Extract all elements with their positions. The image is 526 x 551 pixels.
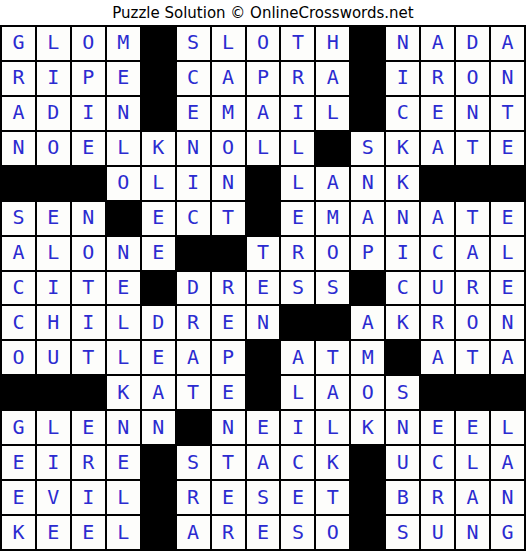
letter-cell-r15c14[interactable]: N bbox=[456, 516, 489, 549]
black-cell-r6c8 bbox=[247, 202, 280, 235]
letter-cell-r11c12[interactable]: S bbox=[386, 376, 419, 409]
letter-cell-r14c14[interactable]: A bbox=[456, 481, 489, 514]
letter-cell-r5c5[interactable]: L bbox=[142, 167, 175, 200]
letter-cell-r14c8[interactable]: S bbox=[247, 481, 280, 514]
letter-cell-r9c2[interactable]: H bbox=[37, 306, 70, 339]
letter-cell-r5c10[interactable]: A bbox=[316, 167, 349, 200]
letter-cell-r10c15[interactable]: A bbox=[491, 341, 524, 374]
letter-cell-r15c13[interactable]: U bbox=[421, 516, 454, 549]
letter-cell-r4c3[interactable]: E bbox=[72, 132, 105, 165]
letter-cell-r6c5[interactable]: E bbox=[142, 202, 175, 235]
black-cell-r14c5 bbox=[142, 481, 175, 514]
letter-cell-r8c9[interactable]: S bbox=[281, 272, 314, 305]
letter-cell-r10c2[interactable]: U bbox=[37, 341, 70, 374]
letter-cell-r4c11[interactable]: S bbox=[351, 132, 384, 165]
letter-cell-r6c12[interactable]: N bbox=[386, 202, 419, 235]
letter-cell-r8c13[interactable]: U bbox=[421, 272, 454, 305]
letter-cell-r12c4[interactable]: N bbox=[107, 411, 140, 444]
letter-cell-r8c10[interactable]: S bbox=[316, 272, 349, 305]
black-cell-r5c14 bbox=[456, 167, 489, 200]
letter-cell-r12c13[interactable]: E bbox=[421, 411, 454, 444]
black-cell-r15c5 bbox=[142, 516, 175, 549]
black-cell-r6c4 bbox=[107, 202, 140, 235]
letter-cell-r14c3[interactable]: I bbox=[72, 481, 105, 514]
letter-cell-r3c2[interactable]: D bbox=[37, 97, 70, 130]
letter-cell-r4c8[interactable]: L bbox=[247, 132, 280, 165]
letter-cell-r14c6[interactable]: R bbox=[177, 481, 210, 514]
letter-cell-r10c9[interactable]: A bbox=[281, 341, 314, 374]
crossword-grid: GLOMSLOTHNADARIPECAPRAIRONADINEMAILCENTN… bbox=[0, 25, 526, 551]
letter-cell-r1c10[interactable]: H bbox=[316, 27, 349, 60]
letter-cell-r4c1[interactable]: N bbox=[2, 132, 35, 165]
black-cell-r12c6 bbox=[177, 411, 210, 444]
letter-cell-r15c6[interactable]: A bbox=[177, 516, 210, 549]
letter-cell-r6c11[interactable]: A bbox=[351, 202, 384, 235]
letter-cell-r6c9[interactable]: E bbox=[281, 202, 314, 235]
letter-cell-r7c14[interactable]: A bbox=[456, 237, 489, 270]
letter-cell-r14c10[interactable]: T bbox=[316, 481, 349, 514]
letter-cell-r8c1[interactable]: C bbox=[2, 272, 35, 305]
letter-cell-r10c1[interactable]: O bbox=[2, 341, 35, 374]
letter-cell-r1c3[interactable]: O bbox=[72, 27, 105, 60]
letter-cell-r11c5[interactable]: A bbox=[142, 376, 175, 409]
letter-cell-r3c6[interactable]: E bbox=[177, 97, 210, 130]
black-cell-r2c11 bbox=[351, 62, 384, 95]
black-cell-r13c5 bbox=[142, 446, 175, 479]
black-cell-r9c10 bbox=[316, 306, 349, 339]
letter-cell-r7c13[interactable]: C bbox=[421, 237, 454, 270]
letter-cell-r13c8[interactable]: A bbox=[247, 446, 280, 479]
letter-cell-r15c15[interactable]: G bbox=[491, 516, 524, 549]
black-cell-r7c7 bbox=[212, 237, 245, 270]
letter-cell-r13c9[interactable]: C bbox=[281, 446, 314, 479]
letter-cell-r3c14[interactable]: N bbox=[456, 97, 489, 130]
letter-cell-r6c15[interactable]: E bbox=[491, 202, 524, 235]
letter-cell-r12c12[interactable]: N bbox=[386, 411, 419, 444]
letter-cell-r1c7[interactable]: L bbox=[212, 27, 245, 60]
letter-cell-r5c7[interactable]: N bbox=[212, 167, 245, 200]
letter-cell-r9c6[interactable]: R bbox=[177, 306, 210, 339]
black-cell-r5c13 bbox=[421, 167, 454, 200]
letter-cell-r13c10[interactable]: K bbox=[316, 446, 349, 479]
black-cell-r5c3 bbox=[72, 167, 105, 200]
letter-cell-r5c4[interactable]: O bbox=[107, 167, 140, 200]
letter-cell-r6c10[interactable]: M bbox=[316, 202, 349, 235]
black-cell-r1c5 bbox=[142, 27, 175, 60]
letter-cell-r12c7[interactable]: N bbox=[212, 411, 245, 444]
black-cell-r11c13 bbox=[421, 376, 454, 409]
letter-cell-r12c9[interactable]: I bbox=[281, 411, 314, 444]
letter-cell-r2c14[interactable]: O bbox=[456, 62, 489, 95]
letter-cell-r2c8[interactable]: P bbox=[247, 62, 280, 95]
letter-cell-r4c6[interactable]: N bbox=[177, 132, 210, 165]
letter-cell-r11c9[interactable]: L bbox=[281, 376, 314, 409]
letter-cell-r14c12[interactable]: B bbox=[386, 481, 419, 514]
black-cell-r11c15 bbox=[491, 376, 524, 409]
black-cell-r5c1 bbox=[2, 167, 35, 200]
letter-cell-r8c3[interactable]: T bbox=[72, 272, 105, 305]
letter-cell-r4c12[interactable]: K bbox=[386, 132, 419, 165]
letter-cell-r3c1[interactable]: A bbox=[2, 97, 35, 130]
letter-cell-r3c15[interactable]: T bbox=[491, 97, 524, 130]
black-cell-r15c11 bbox=[351, 516, 384, 549]
letter-cell-r6c1[interactable]: S bbox=[2, 202, 35, 235]
letter-cell-r3c13[interactable]: E bbox=[421, 97, 454, 130]
letter-cell-r10c4[interactable]: L bbox=[107, 341, 140, 374]
letter-cell-r12c5[interactable]: N bbox=[142, 411, 175, 444]
letter-cell-r9c8[interactable]: N bbox=[247, 306, 280, 339]
letter-cell-r6c6[interactable]: C bbox=[177, 202, 210, 235]
letter-cell-r3c12[interactable]: C bbox=[386, 97, 419, 130]
letter-cell-r6c13[interactable]: A bbox=[421, 202, 454, 235]
letter-cell-r9c15[interactable]: N bbox=[491, 306, 524, 339]
letter-cell-r15c8[interactable]: E bbox=[247, 516, 280, 549]
letter-cell-r3c10[interactable]: L bbox=[316, 97, 349, 130]
letter-cell-r7c8[interactable]: T bbox=[247, 237, 280, 270]
letter-cell-r10c13[interactable]: A bbox=[421, 341, 454, 374]
letter-cell-r4c9[interactable]: L bbox=[281, 132, 314, 165]
letter-cell-r9c13[interactable]: R bbox=[421, 306, 454, 339]
letter-cell-r9c11[interactable]: A bbox=[351, 306, 384, 339]
letter-cell-r6c3[interactable]: N bbox=[72, 202, 105, 235]
letter-cell-r15c3[interactable]: E bbox=[72, 516, 105, 549]
black-cell-r14c11 bbox=[351, 481, 384, 514]
letter-cell-r13c3[interactable]: R bbox=[72, 446, 105, 479]
letter-cell-r13c7[interactable]: T bbox=[212, 446, 245, 479]
letter-cell-r3c9[interactable]: I bbox=[281, 97, 314, 130]
letter-cell-r12c14[interactable]: E bbox=[456, 411, 489, 444]
letter-cell-r15c12[interactable]: S bbox=[386, 516, 419, 549]
letter-cell-r12c8[interactable]: E bbox=[247, 411, 280, 444]
letter-cell-r1c2[interactable]: L bbox=[37, 27, 70, 60]
letter-cell-r9c3[interactable]: I bbox=[72, 306, 105, 339]
letter-cell-r10c5[interactable]: E bbox=[142, 341, 175, 374]
letter-cell-r10c6[interactable]: A bbox=[177, 341, 210, 374]
letter-cell-r13c15[interactable]: A bbox=[491, 446, 524, 479]
letter-cell-r7c15[interactable]: L bbox=[491, 237, 524, 270]
black-cell-r8c11 bbox=[351, 272, 384, 305]
black-cell-r5c15 bbox=[491, 167, 524, 200]
letter-cell-r6c14[interactable]: T bbox=[456, 202, 489, 235]
letter-cell-r12c11[interactable]: K bbox=[351, 411, 384, 444]
black-cell-r11c3 bbox=[72, 376, 105, 409]
letter-cell-r15c10[interactable]: O bbox=[316, 516, 349, 549]
letter-cell-r14c9[interactable]: E bbox=[281, 481, 314, 514]
black-cell-r5c8 bbox=[247, 167, 280, 200]
letter-cell-r2c7[interactable]: A bbox=[212, 62, 245, 95]
letter-cell-r1c8[interactable]: O bbox=[247, 27, 280, 60]
letter-cell-r2c4[interactable]: E bbox=[107, 62, 140, 95]
letter-cell-r4c2[interactable]: O bbox=[37, 132, 70, 165]
black-cell-r7c6 bbox=[177, 237, 210, 270]
letter-cell-r1c1[interactable]: G bbox=[2, 27, 35, 60]
letter-cell-r11c11[interactable]: O bbox=[351, 376, 384, 409]
letter-cell-r15c7[interactable]: R bbox=[212, 516, 245, 549]
letter-cell-r13c13[interactable]: C bbox=[421, 446, 454, 479]
letter-cell-r11c10[interactable]: A bbox=[316, 376, 349, 409]
letter-cell-r7c10[interactable]: O bbox=[316, 237, 349, 270]
page-title: Puzzle Solution © OnlineCrosswords.net bbox=[0, 0, 526, 25]
letter-cell-r10c7[interactable]: P bbox=[212, 341, 245, 374]
letter-cell-r2c6[interactable]: C bbox=[177, 62, 210, 95]
letter-cell-r12c15[interactable]: L bbox=[491, 411, 524, 444]
letter-cell-r1c4[interactable]: M bbox=[107, 27, 140, 60]
letter-cell-r15c1[interactable]: K bbox=[2, 516, 35, 549]
letter-cell-r8c6[interactable]: D bbox=[177, 272, 210, 305]
letter-cell-r14c2[interactable]: V bbox=[37, 481, 70, 514]
letter-cell-r4c15[interactable]: E bbox=[491, 132, 524, 165]
letter-cell-r2c1[interactable]: R bbox=[2, 62, 35, 95]
letter-cell-r10c10[interactable]: T bbox=[316, 341, 349, 374]
letter-cell-r2c9[interactable]: R bbox=[281, 62, 314, 95]
letter-cell-r7c9[interactable]: R bbox=[281, 237, 314, 270]
letter-cell-r1c6[interactable]: S bbox=[177, 27, 210, 60]
letter-cell-r15c9[interactable]: S bbox=[281, 516, 314, 549]
letter-cell-r1c12[interactable]: N bbox=[386, 27, 419, 60]
letter-cell-r10c11[interactable]: M bbox=[351, 341, 384, 374]
letter-cell-r4c4[interactable]: L bbox=[107, 132, 140, 165]
letter-cell-r7c11[interactable]: P bbox=[351, 237, 384, 270]
letter-cell-r7c4[interactable]: N bbox=[107, 237, 140, 270]
letter-cell-r1c15[interactable]: A bbox=[491, 27, 524, 60]
letter-cell-r7c1[interactable]: A bbox=[2, 237, 35, 270]
black-cell-r5c2 bbox=[37, 167, 70, 200]
letter-cell-r8c8[interactable]: E bbox=[247, 272, 280, 305]
letter-cell-r9c14[interactable]: O bbox=[456, 306, 489, 339]
letter-cell-r9c1[interactable]: C bbox=[2, 306, 35, 339]
letter-cell-r11c6[interactable]: T bbox=[177, 376, 210, 409]
letter-cell-r2c13[interactable]: R bbox=[421, 62, 454, 95]
letter-cell-r9c4[interactable]: L bbox=[107, 306, 140, 339]
black-cell-r9c9 bbox=[281, 306, 314, 339]
letter-cell-r12c1[interactable]: G bbox=[2, 411, 35, 444]
letter-cell-r4c13[interactable]: A bbox=[421, 132, 454, 165]
letter-cell-r12c3[interactable]: E bbox=[72, 411, 105, 444]
letter-cell-r5c11[interactable]: N bbox=[351, 167, 384, 200]
letter-cell-r14c1[interactable]: E bbox=[2, 481, 35, 514]
letter-cell-r3c7[interactable]: M bbox=[212, 97, 245, 130]
letter-cell-r4c7[interactable]: O bbox=[212, 132, 245, 165]
letter-cell-r5c6[interactable]: I bbox=[177, 167, 210, 200]
letter-cell-r8c7[interactable]: R bbox=[212, 272, 245, 305]
letter-cell-r6c2[interactable]: E bbox=[37, 202, 70, 235]
letter-cell-r4c5[interactable]: K bbox=[142, 132, 175, 165]
black-cell-r4c10 bbox=[316, 132, 349, 165]
letter-cell-r7c3[interactable]: O bbox=[72, 237, 105, 270]
letter-cell-r5c12[interactable]: K bbox=[386, 167, 419, 200]
letter-cell-r10c14[interactable]: T bbox=[456, 341, 489, 374]
letter-cell-r9c5[interactable]: D bbox=[142, 306, 175, 339]
letter-cell-r7c2[interactable]: L bbox=[37, 237, 70, 270]
letter-cell-r8c15[interactable]: E bbox=[491, 272, 524, 305]
letter-cell-r2c2[interactable]: I bbox=[37, 62, 70, 95]
letter-cell-r8c12[interactable]: C bbox=[386, 272, 419, 305]
letter-cell-r15c2[interactable]: E bbox=[37, 516, 70, 549]
black-cell-r1c11 bbox=[351, 27, 384, 60]
letter-cell-r13c12[interactable]: U bbox=[386, 446, 419, 479]
black-cell-r10c8 bbox=[247, 341, 280, 374]
letter-cell-r14c13[interactable]: R bbox=[421, 481, 454, 514]
letter-cell-r1c9[interactable]: T bbox=[281, 27, 314, 60]
letter-cell-r2c12[interactable]: I bbox=[386, 62, 419, 95]
black-cell-r11c14 bbox=[456, 376, 489, 409]
letter-cell-r12c10[interactable]: L bbox=[316, 411, 349, 444]
letter-cell-r13c4[interactable]: E bbox=[107, 446, 140, 479]
black-cell-r3c5 bbox=[142, 97, 175, 130]
black-cell-r11c8 bbox=[247, 376, 280, 409]
letter-cell-r8c4[interactable]: E bbox=[107, 272, 140, 305]
letter-cell-r14c7[interactable]: E bbox=[212, 481, 245, 514]
black-cell-r13c11 bbox=[351, 446, 384, 479]
letter-cell-r7c12[interactable]: I bbox=[386, 237, 419, 270]
letter-cell-r6c7[interactable]: T bbox=[212, 202, 245, 235]
letter-cell-r4c14[interactable]: T bbox=[456, 132, 489, 165]
letter-cell-r12c2[interactable]: L bbox=[37, 411, 70, 444]
black-cell-r2c5 bbox=[142, 62, 175, 95]
letter-cell-r8c2[interactable]: I bbox=[37, 272, 70, 305]
letter-cell-r13c14[interactable]: L bbox=[456, 446, 489, 479]
letter-cell-r10c3[interactable]: T bbox=[72, 341, 105, 374]
letter-cell-r8c14[interactable]: R bbox=[456, 272, 489, 305]
letter-cell-r3c3[interactable]: I bbox=[72, 97, 105, 130]
letter-cell-r13c1[interactable]: E bbox=[2, 446, 35, 479]
black-cell-r11c1 bbox=[2, 376, 35, 409]
letter-cell-r9c12[interactable]: K bbox=[386, 306, 419, 339]
letter-cell-r2c10[interactable]: A bbox=[316, 62, 349, 95]
letter-cell-r13c6[interactable]: S bbox=[177, 446, 210, 479]
letter-cell-r1c14[interactable]: D bbox=[456, 27, 489, 60]
letter-cell-r2c15[interactable]: N bbox=[491, 62, 524, 95]
letter-cell-r9c7[interactable]: E bbox=[212, 306, 245, 339]
letter-cell-r13c2[interactable]: I bbox=[37, 446, 70, 479]
black-cell-r10c12 bbox=[386, 341, 419, 374]
letter-cell-r14c4[interactable]: L bbox=[107, 481, 140, 514]
letter-cell-r15c4[interactable]: L bbox=[107, 516, 140, 549]
letter-cell-r7c5[interactable]: E bbox=[142, 237, 175, 270]
letter-cell-r3c4[interactable]: N bbox=[107, 97, 140, 130]
black-cell-r3c11 bbox=[351, 97, 384, 130]
letter-cell-r1c13[interactable]: A bbox=[421, 27, 454, 60]
letter-cell-r3c8[interactable]: A bbox=[247, 97, 280, 130]
letter-cell-r14c15[interactable]: N bbox=[491, 481, 524, 514]
black-cell-r8c5 bbox=[142, 272, 175, 305]
letter-cell-r11c4[interactable]: K bbox=[107, 376, 140, 409]
letter-cell-r2c3[interactable]: P bbox=[72, 62, 105, 95]
letter-cell-r5c9[interactable]: L bbox=[281, 167, 314, 200]
letter-cell-r11c7[interactable]: E bbox=[212, 376, 245, 409]
black-cell-r11c2 bbox=[37, 376, 70, 409]
puzzle-solution-page: Puzzle Solution © OnlineCrosswords.net G… bbox=[0, 0, 526, 551]
